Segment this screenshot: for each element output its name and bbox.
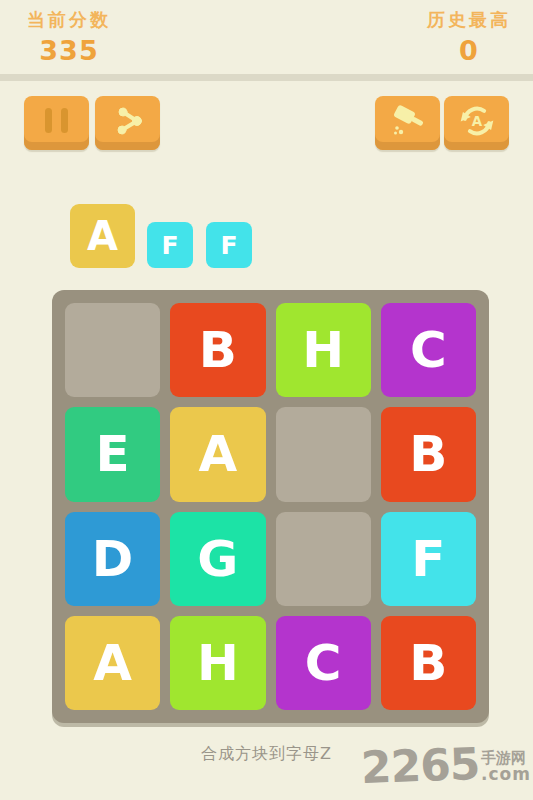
current-score-label: 当前分数 <box>27 8 111 32</box>
current-score-block: 当前分数 335 <box>27 8 111 66</box>
tile-A[interactable]: A <box>65 616 160 710</box>
pause-icon <box>45 108 68 133</box>
hammer-button[interactable] <box>375 96 440 150</box>
rotate-a-button[interactable]: A <box>444 96 509 150</box>
rotate-center-letter: A <box>471 113 482 129</box>
tile-F[interactable]: F <box>381 512 476 606</box>
site-watermark: 2265 手游网 .com <box>361 746 533 786</box>
tile-C[interactable]: C <box>381 303 476 397</box>
hammer-icon <box>390 104 426 138</box>
preview-upcoming-tile: F <box>147 222 193 268</box>
current-score-value: 335 <box>27 35 111 66</box>
tile-B[interactable]: B <box>381 407 476 501</box>
empty-cell <box>65 303 160 397</box>
rotate-a-icon: A <box>459 103 495 139</box>
game-board[interactable]: BHCEABDGFAHCB <box>52 290 489 723</box>
tile-D[interactable]: D <box>65 512 160 606</box>
watermark-domain: .com <box>481 766 531 783</box>
tile-H[interactable]: H <box>276 303 371 397</box>
tile-H[interactable]: H <box>170 616 265 710</box>
tile-B[interactable]: B <box>170 303 265 397</box>
tile-E[interactable]: E <box>65 407 160 501</box>
watermark-number: 2265 <box>360 744 480 788</box>
tile-G[interactable]: G <box>170 512 265 606</box>
preview-current-tile: A <box>70 204 135 268</box>
tile-A[interactable]: A <box>170 407 265 501</box>
pause-button[interactable] <box>24 96 89 150</box>
share-icon <box>112 105 144 137</box>
empty-cell <box>276 512 371 606</box>
empty-cell <box>276 407 371 501</box>
best-score-value: 0 <box>427 35 511 66</box>
board-grid[interactable]: BHCEABDGFAHCB <box>65 303 476 710</box>
share-button[interactable] <box>95 96 160 150</box>
preview-upcoming-tile: F <box>206 222 252 268</box>
tile-B[interactable]: B <box>381 616 476 710</box>
header-divider <box>0 74 533 81</box>
tile-C[interactable]: C <box>276 616 371 710</box>
best-score-label: 历史最高 <box>427 8 511 32</box>
best-score-block: 历史最高 0 <box>427 8 511 66</box>
